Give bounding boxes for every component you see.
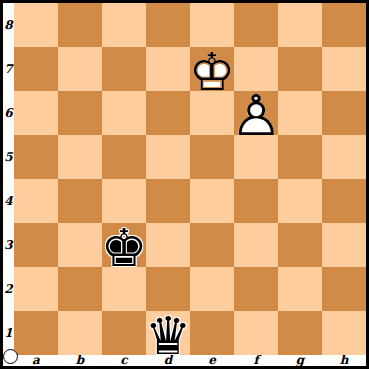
rank-label-7: 7 xyxy=(3,47,14,91)
white-pawn[interactable]: ♟♙ xyxy=(234,91,278,135)
square-f3[interactable] xyxy=(234,223,278,267)
chess-diagram-frame: 87654321 ♚♔♟♙♚♛ abcdefgh xyxy=(0,0,369,369)
square-f2[interactable] xyxy=(234,267,278,311)
square-d3[interactable] xyxy=(146,223,190,267)
rank-labels: 87654321 xyxy=(3,3,14,355)
square-g4[interactable] xyxy=(278,179,322,223)
file-label-g: g xyxy=(278,355,322,366)
square-e8[interactable] xyxy=(190,3,234,47)
square-g1[interactable] xyxy=(278,311,322,355)
square-a6[interactable] xyxy=(14,91,58,135)
square-c2[interactable] xyxy=(102,267,146,311)
white-king-fill: ♚ xyxy=(190,50,234,94)
black-king[interactable]: ♚ xyxy=(102,223,146,267)
square-e4[interactable] xyxy=(190,179,234,223)
square-e6[interactable] xyxy=(190,91,234,135)
square-e7[interactable]: ♚♔ xyxy=(190,47,234,91)
black-queen[interactable]: ♛ xyxy=(146,311,190,355)
square-g8[interactable] xyxy=(278,3,322,47)
square-e3[interactable] xyxy=(190,223,234,267)
file-labels: abcdefgh xyxy=(14,355,366,366)
square-b8[interactable] xyxy=(58,3,102,47)
square-a5[interactable] xyxy=(14,135,58,179)
square-h4[interactable] xyxy=(322,179,366,223)
square-f4[interactable] xyxy=(234,179,278,223)
square-g5[interactable] xyxy=(278,135,322,179)
square-d2[interactable] xyxy=(146,267,190,311)
rank-label-2: 2 xyxy=(3,267,14,311)
square-f6[interactable]: ♟♙ xyxy=(234,91,278,135)
black-queen-icon: ♛ xyxy=(146,314,190,358)
square-c8[interactable] xyxy=(102,3,146,47)
rank-label-8: 8 xyxy=(3,3,14,47)
square-f7[interactable] xyxy=(234,47,278,91)
file-label-h: h xyxy=(322,355,366,366)
square-b4[interactable] xyxy=(58,179,102,223)
square-h7[interactable] xyxy=(322,47,366,91)
square-h8[interactable] xyxy=(322,3,366,47)
white-to-move-indicator xyxy=(3,349,18,364)
square-d6[interactable] xyxy=(146,91,190,135)
square-c4[interactable] xyxy=(102,179,146,223)
square-f8[interactable] xyxy=(234,3,278,47)
square-e1[interactable] xyxy=(190,311,234,355)
square-a2[interactable] xyxy=(14,267,58,311)
square-g3[interactable] xyxy=(278,223,322,267)
chess-board[interactable]: ♚♔♟♙♚♛ xyxy=(14,3,366,355)
square-c5[interactable] xyxy=(102,135,146,179)
square-h1[interactable] xyxy=(322,311,366,355)
square-c1[interactable] xyxy=(102,311,146,355)
file-label-d: d xyxy=(146,355,190,366)
square-g2[interactable] xyxy=(278,267,322,311)
square-d5[interactable] xyxy=(146,135,190,179)
square-f1[interactable] xyxy=(234,311,278,355)
square-g7[interactable] xyxy=(278,47,322,91)
square-a4[interactable] xyxy=(14,179,58,223)
square-d8[interactable] xyxy=(146,3,190,47)
diagram-background: 87654321 ♚♔♟♙♚♛ abcdefgh xyxy=(3,3,366,366)
square-b2[interactable] xyxy=(58,267,102,311)
white-king-icon: ♔ xyxy=(190,50,234,94)
square-b1[interactable] xyxy=(58,311,102,355)
rank-label-5: 5 xyxy=(3,135,14,179)
file-label-f: f xyxy=(234,355,278,366)
square-b3[interactable] xyxy=(58,223,102,267)
white-pawn-icon: ♙ xyxy=(234,94,278,138)
square-a1[interactable] xyxy=(14,311,58,355)
file-label-c: c xyxy=(102,355,146,366)
file-label-a: a xyxy=(14,355,58,366)
file-label-e: e xyxy=(190,355,234,366)
black-king-icon: ♚ xyxy=(102,226,146,270)
square-e2[interactable] xyxy=(190,267,234,311)
square-f5[interactable] xyxy=(234,135,278,179)
rank-label-4: 4 xyxy=(3,179,14,223)
square-d1[interactable]: ♛ xyxy=(146,311,190,355)
square-a7[interactable] xyxy=(14,47,58,91)
file-label-b: b xyxy=(58,355,102,366)
square-c7[interactable] xyxy=(102,47,146,91)
square-a3[interactable] xyxy=(14,223,58,267)
square-e5[interactable] xyxy=(190,135,234,179)
white-pawn-fill: ♟ xyxy=(234,94,278,138)
rank-label-3: 3 xyxy=(3,223,14,267)
square-b7[interactable] xyxy=(58,47,102,91)
square-a8[interactable] xyxy=(14,3,58,47)
square-c3[interactable]: ♚ xyxy=(102,223,146,267)
square-h6[interactable] xyxy=(322,91,366,135)
rank-label-6: 6 xyxy=(3,91,14,135)
square-h2[interactable] xyxy=(322,267,366,311)
white-king[interactable]: ♚♔ xyxy=(190,47,234,91)
square-h5[interactable] xyxy=(322,135,366,179)
square-c6[interactable] xyxy=(102,91,146,135)
square-g6[interactable] xyxy=(278,91,322,135)
square-d4[interactable] xyxy=(146,179,190,223)
square-b6[interactable] xyxy=(58,91,102,135)
square-d7[interactable] xyxy=(146,47,190,91)
square-b5[interactable] xyxy=(58,135,102,179)
square-h3[interactable] xyxy=(322,223,366,267)
